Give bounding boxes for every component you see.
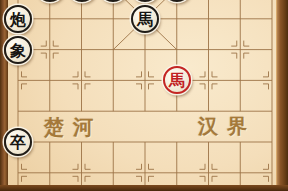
piece-cutoff-black-piece-d0[interactable] [99,0,127,2]
piece-glyph: 炮 [10,11,26,27]
piece-cutoff-black-piece-b0[interactable] [36,0,64,2]
xiangqi-board[interactable]: 楚河 汉界 炮馬象馬卒 [0,0,288,191]
piece-black-cannon[interactable]: 炮 [4,5,32,33]
piece-glyph: 象 [10,42,26,58]
piece-black-soldier[interactable]: 卒 [4,128,32,156]
piece-black-horse[interactable]: 馬 [131,5,159,33]
piece-cutoff-black-piece-c0[interactable] [68,0,96,2]
piece-glyph: 馬 [137,11,153,27]
piece-cutoff-black-piece-f0[interactable] [163,0,191,2]
piece-glyph: 卒 [10,135,26,151]
piece-black-elephant[interactable]: 象 [4,36,32,64]
piece-red-horse[interactable]: 馬 [163,66,191,94]
piece-glyph: 馬 [169,73,185,89]
pieces-layer: 炮馬象馬卒 [0,0,288,191]
piece-cutoff-black-piece-e0[interactable] [131,0,159,2]
